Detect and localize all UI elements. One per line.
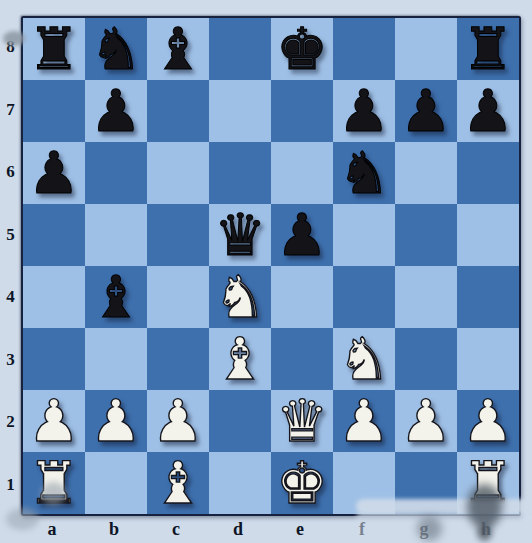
square-h8[interactable]: ♜ <box>457 18 519 80</box>
square-g3[interactable] <box>395 328 457 390</box>
square-h5[interactable] <box>457 204 519 266</box>
square-b6[interactable] <box>85 142 147 204</box>
piece-white-knight[interactable]: ♞ <box>209 266 271 328</box>
square-a7[interactable] <box>23 80 85 142</box>
square-g2[interactable]: ♟ <box>395 390 457 452</box>
square-e2[interactable]: ♛ <box>271 390 333 452</box>
rank-label-8: 8 <box>0 16 21 79</box>
file-label-h: h <box>455 516 517 543</box>
square-b4[interactable]: ♝ <box>85 266 147 328</box>
square-a4[interactable] <box>23 266 85 328</box>
piece-white-queen[interactable]: ♛ <box>271 390 333 452</box>
file-label-f: f <box>331 516 393 543</box>
square-e1[interactable]: ♚ <box>271 452 333 514</box>
piece-white-bishop[interactable]: ♝ <box>147 452 209 514</box>
chess-board: ♜♞♝♚♜♟♟♟♟♟♞♛♟♝♞♝♞♟♟♟♛♟♟♟♜♝♚♜ <box>21 16 521 516</box>
square-b3[interactable] <box>85 328 147 390</box>
piece-white-rook[interactable]: ♜ <box>457 452 519 514</box>
file-label-g: g <box>393 516 455 543</box>
square-e4[interactable] <box>271 266 333 328</box>
rank-label-3: 3 <box>0 329 21 392</box>
square-c8[interactable]: ♝ <box>147 18 209 80</box>
rank-label-7: 7 <box>0 79 21 142</box>
square-b2[interactable]: ♟ <box>85 390 147 452</box>
chess-diagram-page: 87654321 ♜♞♝♚♜♟♟♟♟♟♞♛♟♝♞♝♞♟♟♟♛♟♟♟♜♝♚♜ ab… <box>0 0 532 543</box>
square-f4[interactable] <box>333 266 395 328</box>
square-f3[interactable]: ♞ <box>333 328 395 390</box>
piece-white-bishop[interactable]: ♝ <box>209 328 271 390</box>
square-a2[interactable]: ♟ <box>23 390 85 452</box>
piece-white-pawn[interactable]: ♟ <box>333 390 395 452</box>
square-d1[interactable] <box>209 452 271 514</box>
piece-white-pawn[interactable]: ♟ <box>85 390 147 452</box>
square-f2[interactable]: ♟ <box>333 390 395 452</box>
square-d6[interactable] <box>209 142 271 204</box>
file-label-d: d <box>207 516 269 543</box>
square-a5[interactable] <box>23 204 85 266</box>
piece-black-pawn[interactable]: ♟ <box>271 204 333 266</box>
square-c1[interactable]: ♝ <box>147 452 209 514</box>
square-b8[interactable]: ♞ <box>85 18 147 80</box>
square-a3[interactable] <box>23 328 85 390</box>
square-e3[interactable] <box>271 328 333 390</box>
piece-black-rook[interactable]: ♜ <box>457 18 519 80</box>
rank-label-1: 1 <box>0 454 21 517</box>
file-label-c: c <box>145 516 207 543</box>
piece-black-queen[interactable]: ♛ <box>209 204 271 266</box>
rank-label-5: 5 <box>0 204 21 267</box>
piece-black-knight[interactable]: ♞ <box>333 142 395 204</box>
piece-white-pawn[interactable]: ♟ <box>23 390 85 452</box>
square-f1[interactable] <box>333 452 395 514</box>
square-g6[interactable] <box>395 142 457 204</box>
square-h7[interactable]: ♟ <box>457 80 519 142</box>
rank-label-4: 4 <box>0 266 21 329</box>
square-h3[interactable] <box>457 328 519 390</box>
square-b7[interactable]: ♟ <box>85 80 147 142</box>
rank-label-2: 2 <box>0 391 21 454</box>
square-f7[interactable]: ♟ <box>333 80 395 142</box>
piece-black-pawn[interactable]: ♟ <box>457 80 519 142</box>
file-label-a: a <box>21 516 83 543</box>
square-e6[interactable] <box>271 142 333 204</box>
square-g5[interactable] <box>395 204 457 266</box>
square-f8[interactable] <box>333 18 395 80</box>
piece-black-king[interactable]: ♚ <box>271 18 333 80</box>
piece-black-pawn[interactable]: ♟ <box>395 80 457 142</box>
piece-black-pawn[interactable]: ♟ <box>333 80 395 142</box>
square-d7[interactable] <box>209 80 271 142</box>
square-b1[interactable] <box>85 452 147 514</box>
square-e7[interactable] <box>271 80 333 142</box>
piece-white-pawn[interactable]: ♟ <box>395 390 457 452</box>
square-h4[interactable] <box>457 266 519 328</box>
square-g7[interactable]: ♟ <box>395 80 457 142</box>
rank-label-6: 6 <box>0 141 21 204</box>
square-b5[interactable] <box>85 204 147 266</box>
square-e8[interactable]: ♚ <box>271 18 333 80</box>
square-c4[interactable] <box>147 266 209 328</box>
square-c5[interactable] <box>147 204 209 266</box>
file-labels: abcdefgh <box>21 516 521 543</box>
piece-black-pawn[interactable]: ♟ <box>85 80 147 142</box>
piece-white-rook[interactable]: ♜ <box>23 452 85 514</box>
file-label-b: b <box>83 516 145 543</box>
piece-black-bishop[interactable]: ♝ <box>85 266 147 328</box>
piece-black-bishop[interactable]: ♝ <box>147 18 209 80</box>
square-a1[interactable]: ♜ <box>23 452 85 514</box>
square-c3[interactable] <box>147 328 209 390</box>
piece-white-knight[interactable]: ♞ <box>333 328 395 390</box>
square-d8[interactable] <box>209 18 271 80</box>
square-d5[interactable]: ♛ <box>209 204 271 266</box>
square-e5[interactable]: ♟ <box>271 204 333 266</box>
piece-white-king[interactable]: ♚ <box>271 452 333 514</box>
square-a6[interactable]: ♟ <box>23 142 85 204</box>
file-label-e: e <box>269 516 331 543</box>
square-a8[interactable]: ♜ <box>23 18 85 80</box>
square-c6[interactable] <box>147 142 209 204</box>
square-c7[interactable] <box>147 80 209 142</box>
square-h6[interactable] <box>457 142 519 204</box>
piece-white-pawn[interactable]: ♟ <box>457 390 519 452</box>
square-g4[interactable] <box>395 266 457 328</box>
square-f6[interactable]: ♞ <box>333 142 395 204</box>
square-h2[interactable]: ♟ <box>457 390 519 452</box>
square-d3[interactable]: ♝ <box>209 328 271 390</box>
rank-labels: 87654321 <box>0 16 21 516</box>
square-g8[interactable] <box>395 18 457 80</box>
piece-white-pawn[interactable]: ♟ <box>147 390 209 452</box>
square-d4[interactable]: ♞ <box>209 266 271 328</box>
square-f5[interactable] <box>333 204 395 266</box>
square-g1[interactable] <box>395 452 457 514</box>
square-c2[interactable]: ♟ <box>147 390 209 452</box>
piece-black-rook[interactable]: ♜ <box>23 18 85 80</box>
square-d2[interactable] <box>209 390 271 452</box>
square-h1[interactable]: ♜ <box>457 452 519 514</box>
piece-black-pawn[interactable]: ♟ <box>23 142 85 204</box>
piece-black-knight[interactable]: ♞ <box>85 18 147 80</box>
